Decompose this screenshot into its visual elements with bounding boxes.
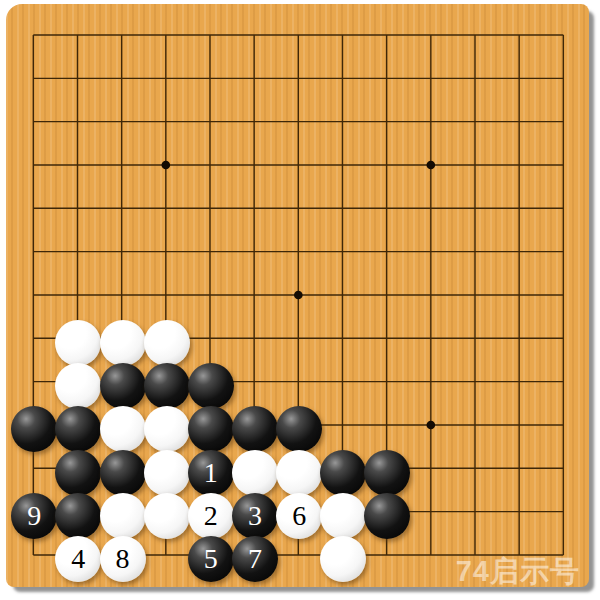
stone-white-c7-r11 xyxy=(320,493,366,539)
stone-white-c3-r7 xyxy=(144,320,190,366)
stone-white-c2-r9 xyxy=(100,406,146,452)
stone-black-c1-r9 xyxy=(55,406,101,452)
stone-black-c5-r12: 7 xyxy=(232,536,278,582)
stone-white-c7-r12 xyxy=(320,536,366,582)
stone-black-c5-r9 xyxy=(232,406,278,452)
move-number-label: 3 xyxy=(248,493,262,539)
stone-black-c1-r11 xyxy=(55,493,101,539)
move-number-label: 8 xyxy=(116,536,130,582)
move-number-label: 9 xyxy=(27,493,41,539)
stone-white-c6-r10 xyxy=(276,450,322,496)
stone-white-c2-r11 xyxy=(100,493,146,539)
stone-black-c8-r11 xyxy=(364,493,410,539)
stone-black-c4-r8 xyxy=(188,363,234,409)
move-number-label: 5 xyxy=(204,536,218,582)
stone-white-c1-r7 xyxy=(55,320,101,366)
stone-black-c8-r10 xyxy=(364,450,410,496)
stone-black-c4-r12: 5 xyxy=(188,536,234,582)
stones-layer: 192364857 xyxy=(11,13,585,576)
stone-black-c2-r8 xyxy=(100,363,146,409)
go-board: 192364857 xyxy=(6,4,589,587)
stone-black-c1-r10 xyxy=(55,450,101,496)
move-number-label: 4 xyxy=(71,536,85,582)
stone-white-c3-r11 xyxy=(144,493,190,539)
stone-black-c2-r10 xyxy=(100,450,146,496)
stone-white-c1-r8 xyxy=(55,363,101,409)
stone-black-c3-r8 xyxy=(144,363,190,409)
stone-white-c4-r11: 2 xyxy=(188,493,234,539)
stone-white-c6-r11: 6 xyxy=(276,493,322,539)
stone-black-c5-r11: 3 xyxy=(232,493,278,539)
move-number-label: 2 xyxy=(204,493,218,539)
stone-white-c3-r9 xyxy=(144,406,190,452)
move-number-label: 1 xyxy=(204,450,218,496)
stone-white-c3-r10 xyxy=(144,450,190,496)
stone-white-c2-r12: 8 xyxy=(100,536,146,582)
stone-black-c4-r9 xyxy=(188,406,234,452)
stone-black-c4-r10: 1 xyxy=(188,450,234,496)
stone-black-c0-r9 xyxy=(11,406,57,452)
stone-white-c5-r10 xyxy=(232,450,278,496)
move-number-label: 7 xyxy=(248,536,262,582)
page-background: 192364857 74启示号 xyxy=(0,0,600,600)
stone-black-c7-r10 xyxy=(320,450,366,496)
stone-white-c2-r7 xyxy=(100,320,146,366)
stone-white-c1-r12: 4 xyxy=(55,536,101,582)
stone-black-c6-r9 xyxy=(276,406,322,452)
move-number-label: 6 xyxy=(292,493,306,539)
stone-black-c0-r11: 9 xyxy=(11,493,57,539)
